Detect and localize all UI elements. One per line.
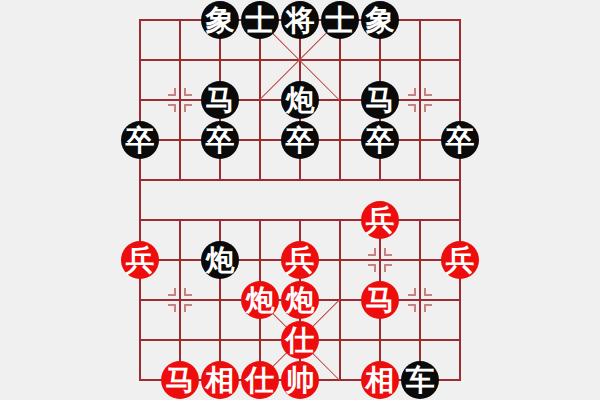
piece-black-advisor[interactable]: 士 — [321, 1, 359, 39]
piece-black-horse[interactable]: 马 — [201, 81, 239, 119]
xiangqi-board: 象士将士象马炮马卒卒卒卒卒兵兵炮兵兵炮炮马仕马相仕帅相车 — [0, 0, 600, 400]
piece-red-advisor[interactable]: 仕 — [281, 321, 319, 359]
piece-red-horse[interactable]: 马 — [161, 361, 199, 399]
piece-red-soldier[interactable]: 兵 — [281, 241, 319, 279]
piece-red-soldier[interactable]: 兵 — [121, 241, 159, 279]
piece-black-cannon[interactable]: 炮 — [201, 241, 239, 279]
piece-black-soldier[interactable]: 卒 — [441, 121, 479, 159]
piece-red-elephant[interactable]: 相 — [201, 361, 239, 399]
piece-black-soldier[interactable]: 卒 — [361, 121, 399, 159]
piece-black-advisor[interactable]: 士 — [241, 1, 279, 39]
piece-black-elephant[interactable]: 象 — [361, 1, 399, 39]
piece-black-soldier[interactable]: 卒 — [281, 121, 319, 159]
piece-red-cannon[interactable]: 炮 — [241, 281, 279, 319]
piece-black-horse[interactable]: 马 — [361, 81, 399, 119]
piece-black-cannon[interactable]: 炮 — [281, 81, 319, 119]
piece-red-cannon[interactable]: 炮 — [281, 281, 319, 319]
board-pieces: 象士将士象马炮马卒卒卒卒卒兵兵炮兵兵炮炮马仕马相仕帅相车 — [0, 0, 600, 400]
piece-red-soldier[interactable]: 兵 — [361, 201, 399, 239]
piece-black-soldier[interactable]: 卒 — [121, 121, 159, 159]
piece-black-chariot[interactable]: 车 — [401, 361, 439, 399]
piece-black-king[interactable]: 将 — [281, 1, 319, 39]
piece-red-horse[interactable]: 马 — [361, 281, 399, 319]
piece-red-soldier[interactable]: 兵 — [441, 241, 479, 279]
piece-black-elephant[interactable]: 象 — [201, 1, 239, 39]
piece-red-advisor[interactable]: 仕 — [241, 361, 279, 399]
piece-red-king[interactable]: 帅 — [281, 361, 319, 399]
piece-black-soldier[interactable]: 卒 — [201, 121, 239, 159]
piece-red-elephant[interactable]: 相 — [361, 361, 399, 399]
